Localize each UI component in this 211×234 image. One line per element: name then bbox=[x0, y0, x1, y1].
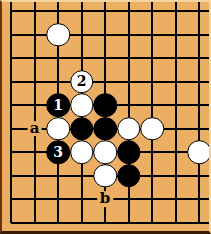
intersection bbox=[0, 70, 23, 94]
intersection bbox=[140, 140, 164, 164]
intersection bbox=[164, 187, 188, 211]
intersection bbox=[164, 70, 188, 94]
intersection bbox=[140, 211, 164, 234]
intersection bbox=[70, 23, 94, 47]
intersection bbox=[164, 140, 188, 164]
intersection bbox=[164, 46, 188, 70]
intersection bbox=[117, 140, 141, 164]
intersection bbox=[23, 93, 47, 117]
intersection bbox=[164, 0, 188, 23]
intersection bbox=[187, 187, 211, 211]
black-stone bbox=[70, 117, 94, 141]
black-stone bbox=[117, 164, 141, 188]
intersection bbox=[70, 164, 94, 188]
intersection bbox=[0, 46, 23, 70]
intersection bbox=[46, 23, 70, 47]
intersection bbox=[0, 0, 23, 23]
intersection bbox=[0, 187, 23, 211]
white-stone bbox=[93, 164, 117, 188]
intersection bbox=[0, 117, 23, 141]
intersection bbox=[164, 164, 188, 188]
intersection bbox=[93, 164, 117, 188]
intersection bbox=[187, 0, 211, 23]
intersection bbox=[187, 140, 211, 164]
intersection bbox=[93, 0, 117, 23]
intersection bbox=[93, 93, 117, 117]
intersection bbox=[117, 93, 141, 117]
intersection bbox=[23, 211, 47, 234]
white-stone bbox=[46, 23, 70, 47]
intersection bbox=[0, 164, 23, 188]
intersection bbox=[93, 23, 117, 47]
intersection bbox=[46, 46, 70, 70]
black-stone: 1 bbox=[46, 93, 70, 117]
intersection: a bbox=[23, 117, 47, 141]
white-stone bbox=[46, 117, 70, 141]
intersection bbox=[187, 23, 211, 47]
intersection bbox=[117, 23, 141, 47]
go-diagram: 21a3b bbox=[0, 0, 211, 234]
intersection bbox=[23, 164, 47, 188]
go-board-grid: 21a3b bbox=[0, 0, 211, 234]
intersection bbox=[187, 117, 211, 141]
intersection bbox=[23, 23, 47, 47]
intersection bbox=[93, 46, 117, 70]
point-label-b: b bbox=[97, 191, 113, 207]
intersection: 3 bbox=[46, 140, 70, 164]
intersection bbox=[70, 93, 94, 117]
intersection bbox=[117, 70, 141, 94]
intersection bbox=[117, 0, 141, 23]
black-stone bbox=[117, 140, 141, 164]
intersection bbox=[140, 23, 164, 47]
intersection bbox=[187, 211, 211, 234]
intersection bbox=[187, 70, 211, 94]
intersection bbox=[46, 117, 70, 141]
white-stone bbox=[140, 117, 164, 141]
intersection bbox=[46, 70, 70, 94]
intersection bbox=[23, 70, 47, 94]
intersection bbox=[164, 117, 188, 141]
intersection bbox=[70, 46, 94, 70]
intersection bbox=[117, 46, 141, 70]
black-stone bbox=[93, 117, 117, 141]
intersection bbox=[117, 187, 141, 211]
intersection bbox=[117, 117, 141, 141]
intersection bbox=[93, 117, 117, 141]
intersection bbox=[70, 187, 94, 211]
intersection: 2 bbox=[70, 70, 94, 94]
black-stone: 3 bbox=[46, 140, 70, 164]
intersection bbox=[187, 164, 211, 188]
intersection bbox=[140, 117, 164, 141]
intersection bbox=[23, 140, 47, 164]
intersection bbox=[93, 70, 117, 94]
intersection bbox=[164, 23, 188, 47]
intersection bbox=[140, 46, 164, 70]
intersection bbox=[140, 164, 164, 188]
intersection bbox=[164, 93, 188, 117]
intersection bbox=[0, 211, 23, 234]
intersection bbox=[23, 46, 47, 70]
intersection bbox=[187, 46, 211, 70]
intersection bbox=[23, 0, 47, 23]
point-label-a: a bbox=[27, 121, 42, 137]
white-stone bbox=[70, 140, 94, 164]
stone-number: 2 bbox=[77, 75, 87, 89]
intersection bbox=[23, 187, 47, 211]
black-stone bbox=[93, 93, 117, 117]
stone-number: 3 bbox=[53, 145, 63, 159]
white-stone bbox=[117, 117, 141, 141]
white-stone bbox=[93, 140, 117, 164]
intersection bbox=[46, 187, 70, 211]
intersection bbox=[70, 211, 94, 234]
intersection: 1 bbox=[46, 93, 70, 117]
intersection bbox=[187, 93, 211, 117]
intersection: b bbox=[93, 187, 117, 211]
intersection bbox=[140, 70, 164, 94]
intersection bbox=[93, 211, 117, 234]
stone-number: 1 bbox=[53, 98, 63, 112]
intersection bbox=[70, 0, 94, 23]
intersection bbox=[70, 140, 94, 164]
intersection bbox=[140, 93, 164, 117]
intersection bbox=[117, 211, 141, 234]
white-stone bbox=[70, 93, 94, 117]
intersection bbox=[140, 187, 164, 211]
intersection bbox=[140, 0, 164, 23]
intersection bbox=[93, 140, 117, 164]
intersection bbox=[117, 164, 141, 188]
intersection bbox=[0, 140, 23, 164]
white-stone bbox=[187, 140, 211, 164]
intersection bbox=[0, 93, 23, 117]
intersection bbox=[164, 211, 188, 234]
white-stone: 2 bbox=[70, 70, 94, 94]
intersection bbox=[46, 211, 70, 234]
intersection bbox=[46, 164, 70, 188]
intersection bbox=[46, 0, 70, 23]
intersection bbox=[0, 23, 23, 47]
intersection bbox=[70, 117, 94, 141]
